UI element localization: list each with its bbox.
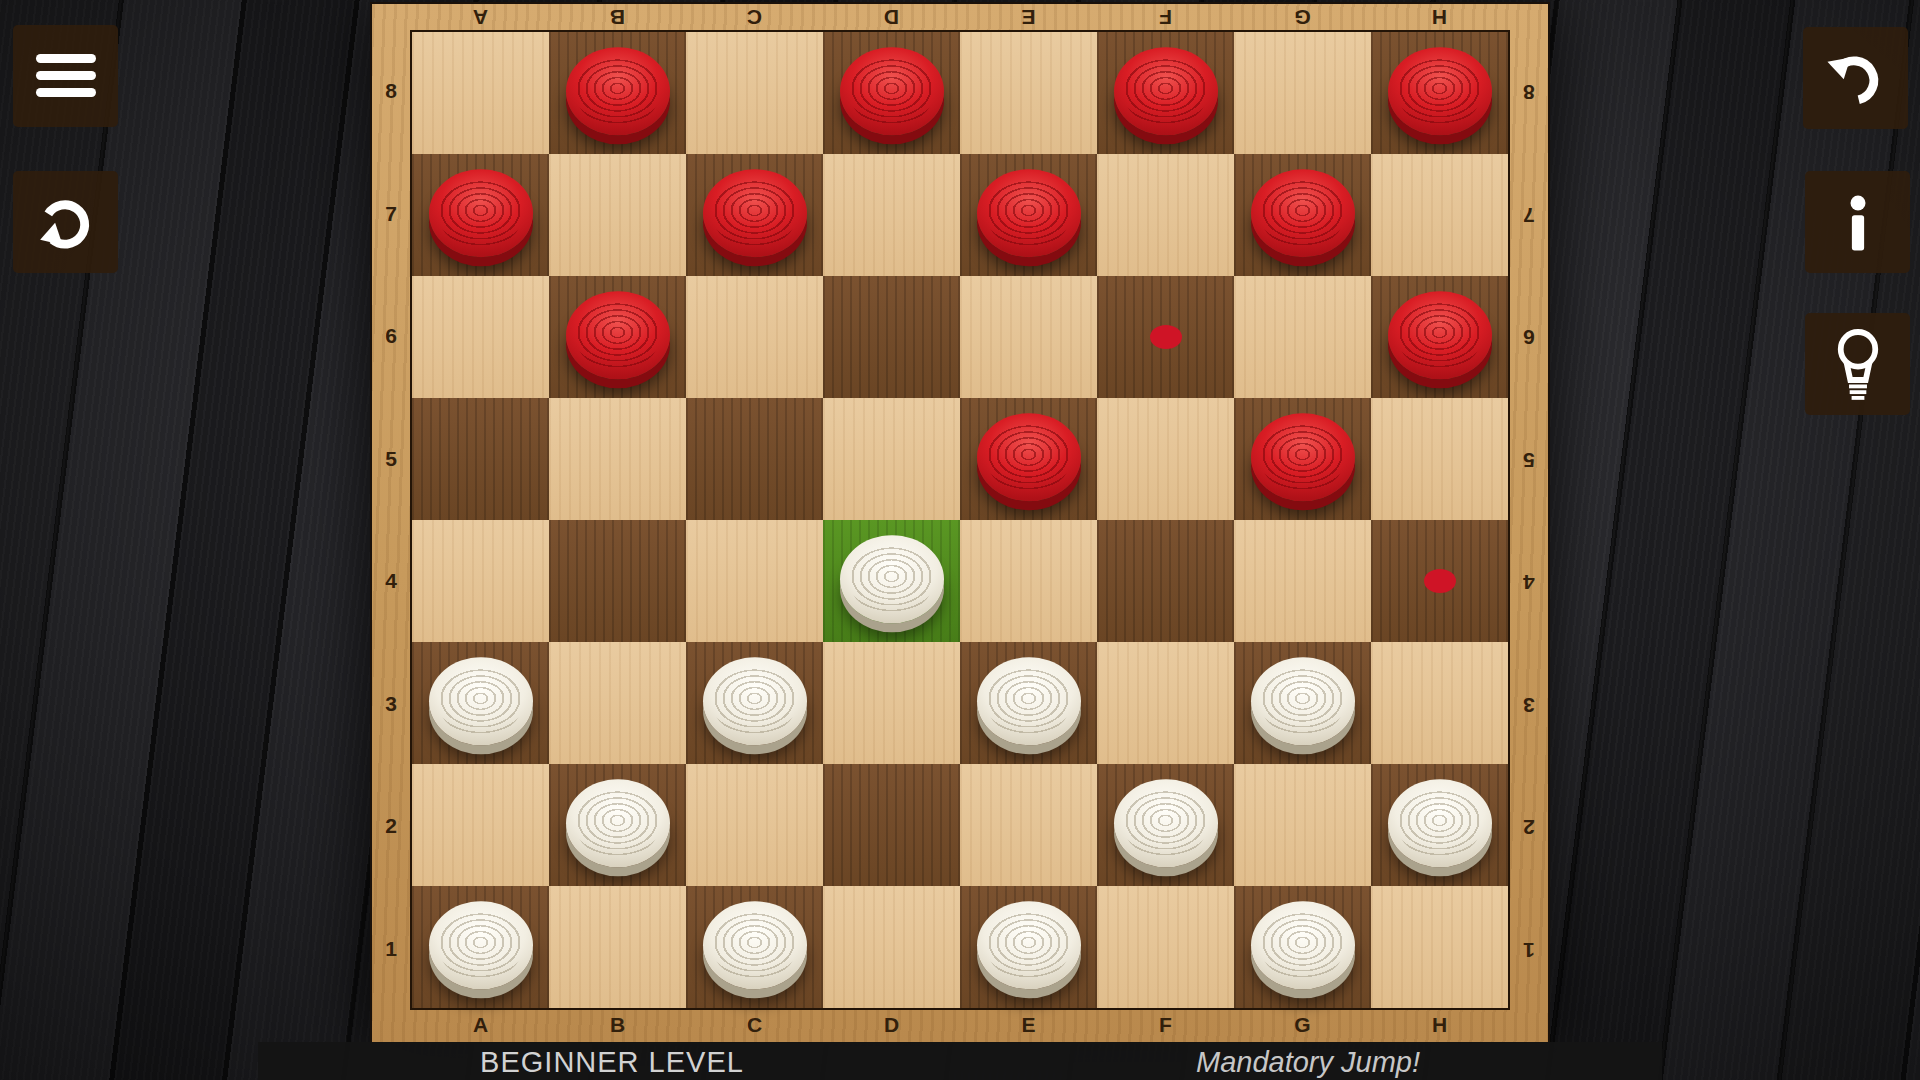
square-E6[interactable] <box>960 276 1097 398</box>
file-label-bottom-H: H <box>1371 1010 1508 1042</box>
square-D8[interactable] <box>823 32 960 154</box>
menu-button[interactable] <box>13 25 118 127</box>
square-F6[interactable] <box>1097 276 1234 398</box>
checker-red-E5[interactable] <box>977 413 1081 501</box>
app-screen: ABCDEFGH 87654321 87654321 ABCDEFGH BEGI… <box>0 0 1920 1080</box>
square-D1[interactable] <box>823 886 960 1008</box>
rank-label-right-7: 7 <box>1510 153 1548 276</box>
checker-white-G1[interactable] <box>1251 901 1355 989</box>
square-B5[interactable] <box>549 398 686 520</box>
square-C3[interactable] <box>686 642 823 764</box>
square-H5[interactable] <box>1371 398 1508 520</box>
checker-red-H8[interactable] <box>1388 47 1492 135</box>
rank-label-left-2: 2 <box>372 765 410 888</box>
square-B8[interactable] <box>549 32 686 154</box>
square-D2[interactable] <box>823 764 960 886</box>
square-E1[interactable] <box>960 886 1097 1008</box>
rank-label-left-1: 1 <box>372 888 410 1011</box>
square-F3[interactable] <box>1097 642 1234 764</box>
square-E2[interactable] <box>960 764 1097 886</box>
square-G4[interactable] <box>1234 520 1371 642</box>
checker-red-E7[interactable] <box>977 169 1081 257</box>
rank-label-right-3: 3 <box>1510 643 1548 766</box>
checkers-board: ABCDEFGH 87654321 87654321 ABCDEFGH <box>370 2 1550 1044</box>
rule-message: Mandatory Jump! <box>1196 1046 1420 1079</box>
square-B3[interactable] <box>549 642 686 764</box>
undo-icon <box>1822 44 1890 112</box>
checker-white-B2[interactable] <box>566 779 670 867</box>
move-dot-F6[interactable] <box>1150 325 1182 349</box>
square-E5[interactable] <box>960 398 1097 520</box>
square-G1[interactable] <box>1234 886 1371 1008</box>
file-label-top-H: H <box>1371 4 1508 30</box>
checker-white-F2[interactable] <box>1114 779 1218 867</box>
square-D7[interactable] <box>823 154 960 276</box>
info-icon <box>1824 188 1892 256</box>
square-C7[interactable] <box>686 154 823 276</box>
file-label-bottom-E: E <box>960 1010 1097 1042</box>
lightbulb-icon <box>1826 326 1890 402</box>
square-E7[interactable] <box>960 154 1097 276</box>
square-F2[interactable] <box>1097 764 1234 886</box>
checker-red-G7[interactable] <box>1251 169 1355 257</box>
rank-label-right-8: 8 <box>1510 30 1548 153</box>
square-G3[interactable] <box>1234 642 1371 764</box>
checker-white-C1[interactable] <box>703 901 807 989</box>
checker-red-H6[interactable] <box>1388 291 1492 379</box>
rank-label-left-8: 8 <box>372 30 410 153</box>
square-A5[interactable] <box>412 398 549 520</box>
square-E3[interactable] <box>960 642 1097 764</box>
file-label-top-D: D <box>823 4 960 30</box>
info-button[interactable] <box>1805 171 1910 273</box>
file-label-bottom-C: C <box>686 1010 823 1042</box>
square-E8[interactable] <box>960 32 1097 154</box>
file-labels-bottom: ABCDEFGH <box>372 1010 1548 1042</box>
square-B2[interactable] <box>549 764 686 886</box>
level-label: BEGINNER LEVEL <box>480 1046 744 1079</box>
rank-label-right-2: 2 <box>1510 765 1548 888</box>
square-G6[interactable] <box>1234 276 1371 398</box>
square-D4[interactable] <box>823 520 960 642</box>
rank-label-left-6: 6 <box>372 275 410 398</box>
square-B7[interactable] <box>549 154 686 276</box>
square-F4[interactable] <box>1097 520 1234 642</box>
rank-label-right-4: 4 <box>1510 520 1548 643</box>
checker-red-A7[interactable] <box>429 169 533 257</box>
square-C8[interactable] <box>686 32 823 154</box>
checker-white-D4[interactable] <box>840 535 944 623</box>
undo-button[interactable] <box>1803 27 1908 129</box>
square-G8[interactable] <box>1234 32 1371 154</box>
square-A7[interactable] <box>412 154 549 276</box>
square-C1[interactable] <box>686 886 823 1008</box>
file-label-bottom-D: D <box>823 1010 960 1042</box>
rank-label-right-5: 5 <box>1510 398 1548 521</box>
square-H1[interactable] <box>1371 886 1508 1008</box>
file-label-bottom-B: B <box>549 1010 686 1042</box>
rank-label-left-3: 3 <box>372 643 410 766</box>
square-A6[interactable] <box>412 276 549 398</box>
square-G2[interactable] <box>1234 764 1371 886</box>
square-H6[interactable] <box>1371 276 1508 398</box>
square-A3[interactable] <box>412 642 549 764</box>
checker-white-G3[interactable] <box>1251 657 1355 745</box>
checker-white-A1[interactable] <box>429 901 533 989</box>
file-label-bottom-A: A <box>412 1010 549 1042</box>
checker-white-H2[interactable] <box>1388 779 1492 867</box>
hint-button[interactable] <box>1805 313 1910 415</box>
file-label-top-B: B <box>549 4 686 30</box>
board-grid <box>410 30 1510 1010</box>
file-label-bottom-G: G <box>1234 1010 1371 1042</box>
square-C4[interactable] <box>686 520 823 642</box>
square-B1[interactable] <box>549 886 686 1008</box>
square-H3[interactable] <box>1371 642 1508 764</box>
square-C2[interactable] <box>686 764 823 886</box>
file-labels-top: ABCDEFGH <box>372 4 1548 30</box>
checker-white-A3[interactable] <box>429 657 533 745</box>
square-F8[interactable] <box>1097 32 1234 154</box>
checker-red-B6[interactable] <box>566 291 670 379</box>
square-H8[interactable] <box>1371 32 1508 154</box>
file-label-top-C: C <box>686 4 823 30</box>
checker-red-G5[interactable] <box>1251 413 1355 501</box>
checker-red-C7[interactable] <box>703 169 807 257</box>
square-G7[interactable] <box>1234 154 1371 276</box>
square-C5[interactable] <box>686 398 823 520</box>
rank-labels-left: 87654321 <box>372 30 410 1010</box>
square-H7[interactable] <box>1371 154 1508 276</box>
square-A4[interactable] <box>412 520 549 642</box>
square-A8[interactable] <box>412 32 549 154</box>
checker-white-E1[interactable] <box>977 901 1081 989</box>
square-F5[interactable] <box>1097 398 1234 520</box>
status-bar: BEGINNER LEVEL Mandatory Jump! <box>258 1042 1662 1080</box>
rank-label-left-7: 7 <box>372 153 410 276</box>
rank-label-right-1: 1 <box>1510 888 1548 1011</box>
square-G5[interactable] <box>1234 398 1371 520</box>
rank-label-right-6: 6 <box>1510 275 1548 398</box>
rank-labels-right: 87654321 <box>1510 30 1548 1010</box>
checker-red-F8[interactable] <box>1114 47 1218 135</box>
file-label-top-A: A <box>412 4 549 30</box>
square-D3[interactable] <box>823 642 960 764</box>
rank-label-left-4: 4 <box>372 520 410 643</box>
hamburger-menu-icon <box>34 52 98 100</box>
square-H2[interactable] <box>1371 764 1508 886</box>
rank-label-left-5: 5 <box>372 398 410 521</box>
file-label-top-F: F <box>1097 4 1234 30</box>
square-H4[interactable] <box>1371 520 1508 642</box>
square-F1[interactable] <box>1097 886 1234 1008</box>
checker-white-E3[interactable] <box>977 657 1081 745</box>
square-A1[interactable] <box>412 886 549 1008</box>
restart-button[interactable] <box>13 171 118 273</box>
file-label-bottom-F: F <box>1097 1010 1234 1042</box>
square-B6[interactable] <box>549 276 686 398</box>
checker-red-D8[interactable] <box>840 47 944 135</box>
square-B4[interactable] <box>549 520 686 642</box>
checker-white-C3[interactable] <box>703 657 807 745</box>
file-label-top-E: E <box>960 4 1097 30</box>
checker-red-B8[interactable] <box>566 47 670 135</box>
restart-icon <box>32 188 100 256</box>
square-D5[interactable] <box>823 398 960 520</box>
square-C6[interactable] <box>686 276 823 398</box>
square-E4[interactable] <box>960 520 1097 642</box>
move-dot-H4[interactable] <box>1424 569 1456 593</box>
square-F7[interactable] <box>1097 154 1234 276</box>
square-D6[interactable] <box>823 276 960 398</box>
file-label-top-G: G <box>1234 4 1371 30</box>
square-A2[interactable] <box>412 764 549 886</box>
